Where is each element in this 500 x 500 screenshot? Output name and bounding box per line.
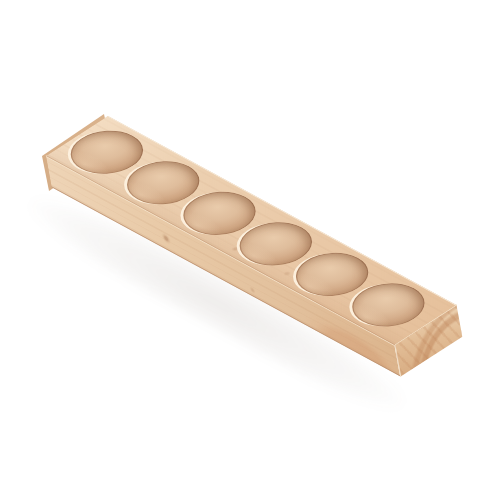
product-photo-scene bbox=[0, 0, 500, 500]
